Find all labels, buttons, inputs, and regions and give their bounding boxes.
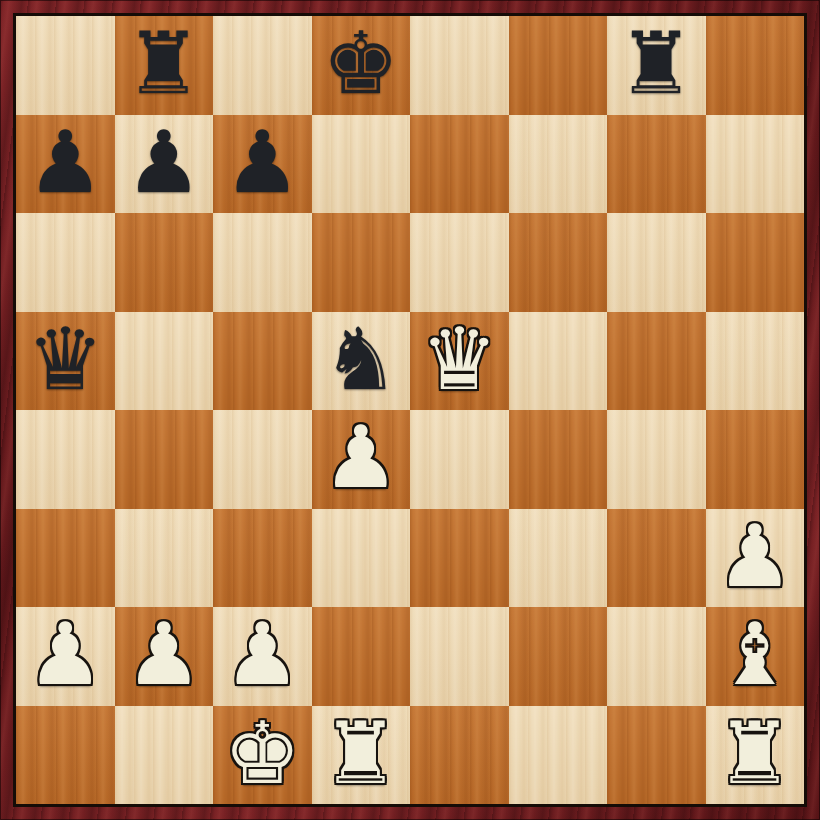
square-d7[interactable] bbox=[312, 115, 411, 214]
square-h2[interactable]: ♝ bbox=[706, 607, 805, 706]
square-g7[interactable] bbox=[607, 115, 706, 214]
square-b4[interactable] bbox=[115, 410, 214, 509]
black-king[interactable]: ♚ bbox=[322, 20, 399, 106]
white-rook[interactable]: ♜ bbox=[322, 710, 399, 796]
square-f5[interactable] bbox=[509, 312, 608, 411]
square-d8[interactable]: ♚ bbox=[312, 16, 411, 115]
square-d6[interactable] bbox=[312, 213, 411, 312]
square-c2[interactable]: ♟ bbox=[213, 607, 312, 706]
square-c6[interactable] bbox=[213, 213, 312, 312]
square-b3[interactable] bbox=[115, 509, 214, 608]
square-a1[interactable] bbox=[16, 706, 115, 805]
square-b2[interactable]: ♟ bbox=[115, 607, 214, 706]
square-e6[interactable] bbox=[410, 213, 509, 312]
white-pawn[interactable]: ♟ bbox=[716, 513, 793, 599]
black-rook[interactable]: ♜ bbox=[618, 20, 695, 106]
square-f7[interactable] bbox=[509, 115, 608, 214]
square-c7[interactable]: ♟ bbox=[213, 115, 312, 214]
square-d2[interactable] bbox=[312, 607, 411, 706]
white-rook[interactable]: ♜ bbox=[716, 710, 793, 796]
square-a4[interactable] bbox=[16, 410, 115, 509]
square-e2[interactable] bbox=[410, 607, 509, 706]
square-c4[interactable] bbox=[213, 410, 312, 509]
square-e1[interactable] bbox=[410, 706, 509, 805]
square-f2[interactable] bbox=[509, 607, 608, 706]
square-c8[interactable] bbox=[213, 16, 312, 115]
square-f6[interactable] bbox=[509, 213, 608, 312]
white-pawn[interactable]: ♟ bbox=[224, 611, 301, 697]
square-a6[interactable] bbox=[16, 213, 115, 312]
black-knight[interactable]: ♞ bbox=[322, 316, 399, 402]
square-b7[interactable]: ♟ bbox=[115, 115, 214, 214]
black-queen[interactable]: ♛ bbox=[27, 316, 104, 402]
white-pawn[interactable]: ♟ bbox=[27, 611, 104, 697]
square-e5[interactable]: ♛ bbox=[410, 312, 509, 411]
square-g1[interactable] bbox=[607, 706, 706, 805]
square-d4[interactable]: ♟ bbox=[312, 410, 411, 509]
square-e7[interactable] bbox=[410, 115, 509, 214]
square-f3[interactable] bbox=[509, 509, 608, 608]
square-b1[interactable] bbox=[115, 706, 214, 805]
square-h8[interactable] bbox=[706, 16, 805, 115]
white-bishop[interactable]: ♝ bbox=[716, 611, 793, 697]
square-g2[interactable] bbox=[607, 607, 706, 706]
square-f8[interactable] bbox=[509, 16, 608, 115]
square-e8[interactable] bbox=[410, 16, 509, 115]
square-a3[interactable] bbox=[16, 509, 115, 608]
chess-board: ♜♚♜♟♟♟♛♞♛♟♟♟♟♟♝♚♜♜ bbox=[13, 13, 807, 807]
square-g4[interactable] bbox=[607, 410, 706, 509]
square-a2[interactable]: ♟ bbox=[16, 607, 115, 706]
square-g5[interactable] bbox=[607, 312, 706, 411]
square-h6[interactable] bbox=[706, 213, 805, 312]
square-g6[interactable] bbox=[607, 213, 706, 312]
chess-app-window: ♜♚♜♟♟♟♛♞♛♟♟♟♟♟♝♚♜♜ bbox=[0, 0, 820, 820]
white-pawn[interactable]: ♟ bbox=[125, 611, 202, 697]
black-pawn[interactable]: ♟ bbox=[27, 119, 104, 205]
black-pawn[interactable]: ♟ bbox=[224, 119, 301, 205]
square-h4[interactable] bbox=[706, 410, 805, 509]
square-h3[interactable]: ♟ bbox=[706, 509, 805, 608]
square-f4[interactable] bbox=[509, 410, 608, 509]
square-f1[interactable] bbox=[509, 706, 608, 805]
square-g3[interactable] bbox=[607, 509, 706, 608]
square-e3[interactable] bbox=[410, 509, 509, 608]
square-b5[interactable] bbox=[115, 312, 214, 411]
square-c5[interactable] bbox=[213, 312, 312, 411]
square-a5[interactable]: ♛ bbox=[16, 312, 115, 411]
square-g8[interactable]: ♜ bbox=[607, 16, 706, 115]
square-e4[interactable] bbox=[410, 410, 509, 509]
square-d3[interactable] bbox=[312, 509, 411, 608]
square-d5[interactable]: ♞ bbox=[312, 312, 411, 411]
square-a7[interactable]: ♟ bbox=[16, 115, 115, 214]
square-b8[interactable]: ♜ bbox=[115, 16, 214, 115]
white-queen[interactable]: ♛ bbox=[421, 316, 498, 402]
white-pawn[interactable]: ♟ bbox=[322, 414, 399, 500]
square-h7[interactable] bbox=[706, 115, 805, 214]
square-d1[interactable]: ♜ bbox=[312, 706, 411, 805]
square-c1[interactable]: ♚ bbox=[213, 706, 312, 805]
square-b6[interactable] bbox=[115, 213, 214, 312]
black-pawn[interactable]: ♟ bbox=[125, 119, 202, 205]
white-king[interactable]: ♚ bbox=[224, 710, 301, 796]
black-rook[interactable]: ♜ bbox=[125, 20, 202, 106]
square-a8[interactable] bbox=[16, 16, 115, 115]
square-h5[interactable] bbox=[706, 312, 805, 411]
square-h1[interactable]: ♜ bbox=[706, 706, 805, 805]
square-c3[interactable] bbox=[213, 509, 312, 608]
